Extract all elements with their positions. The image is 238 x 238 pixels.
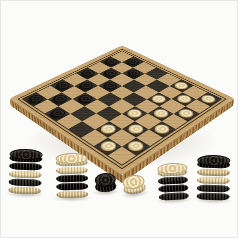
stacked-checker-black bbox=[56, 175, 88, 183]
checker-black[interactable] bbox=[25, 93, 45, 104]
board-square-dark[interactable] bbox=[122, 121, 149, 137]
stack-right bbox=[157, 162, 189, 201]
stacked-checker-black bbox=[158, 184, 188, 193]
stacked-checker-cream bbox=[9, 170, 42, 178]
board-square-light[interactable] bbox=[135, 99, 160, 113]
stacked-checker-black bbox=[9, 162, 42, 170]
board-square-dark[interactable] bbox=[95, 121, 122, 137]
board-square-dark[interactable] bbox=[148, 106, 174, 121]
stack-far-right bbox=[197, 155, 231, 201]
stacked-checker-cream bbox=[8, 186, 41, 194]
checker-natural[interactable] bbox=[198, 93, 218, 104]
board-square-light[interactable] bbox=[109, 99, 134, 113]
board-square-light[interactable] bbox=[81, 129, 108, 146]
stacked-checker-cream bbox=[56, 191, 88, 199]
board-square-dark[interactable] bbox=[122, 137, 150, 155]
checker-natural[interactable] bbox=[124, 122, 146, 135]
stacked-checker-cream bbox=[197, 177, 230, 185]
board-square-dark[interactable] bbox=[45, 106, 71, 121]
checker-natural[interactable] bbox=[96, 139, 119, 154]
checker-black[interactable] bbox=[50, 93, 70, 104]
board-square-light[interactable] bbox=[108, 146, 137, 165]
stack-top-checker bbox=[197, 155, 230, 167]
stacked-checker-black bbox=[197, 185, 230, 193]
board-square-light[interactable] bbox=[84, 99, 109, 113]
checker-natural[interactable] bbox=[176, 107, 197, 119]
stack-far-left bbox=[8, 148, 43, 194]
board-square-light[interactable] bbox=[56, 113, 82, 129]
stacked-checker-cream bbox=[197, 169, 230, 177]
board-square-dark[interactable] bbox=[70, 106, 96, 121]
stacked-checker-black bbox=[159, 192, 189, 201]
board-square-light[interactable] bbox=[136, 129, 163, 146]
stacked-checker-cream bbox=[56, 167, 88, 175]
board-square-light[interactable] bbox=[34, 99, 59, 113]
stacked-checker-black bbox=[56, 183, 88, 191]
product-photo bbox=[0, 0, 238, 238]
board-square-dark[interactable] bbox=[149, 121, 176, 137]
single-natural bbox=[122, 174, 146, 196]
board-square-light[interactable] bbox=[160, 99, 185, 113]
board-square-light[interactable] bbox=[185, 99, 210, 113]
stacked-checker-black bbox=[9, 178, 42, 186]
single-black bbox=[94, 172, 116, 192]
board-square-light[interactable] bbox=[135, 113, 161, 129]
checker-natural[interactable] bbox=[150, 107, 171, 119]
checker-natural[interactable] bbox=[124, 107, 145, 119]
stacked-checker-black bbox=[158, 176, 188, 185]
stack-left bbox=[56, 153, 89, 199]
checker-black[interactable] bbox=[75, 93, 95, 104]
checker-black[interactable] bbox=[47, 107, 68, 119]
checker-natural[interactable] bbox=[98, 122, 120, 135]
board-square-light[interactable] bbox=[83, 113, 109, 129]
stacked-checker-black bbox=[197, 193, 230, 201]
checker-natural[interactable] bbox=[125, 139, 148, 154]
checker-natural[interactable] bbox=[151, 122, 173, 135]
board-square-dark[interactable] bbox=[122, 106, 148, 121]
board-square-dark[interactable] bbox=[96, 106, 122, 121]
board-square-dark[interactable] bbox=[68, 121, 95, 137]
board-square-light[interactable] bbox=[109, 113, 135, 129]
board-square-light[interactable] bbox=[161, 113, 187, 129]
board-square-dark[interactable] bbox=[174, 106, 200, 121]
board-square-light[interactable] bbox=[59, 99, 84, 113]
board-square-dark[interactable] bbox=[94, 137, 122, 155]
board-square-light[interactable] bbox=[108, 129, 135, 146]
